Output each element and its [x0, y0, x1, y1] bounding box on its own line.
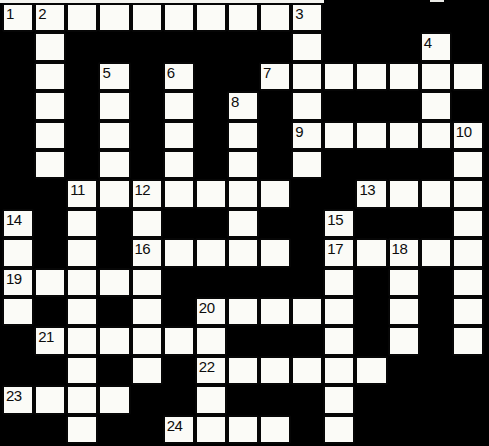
cell-black-r10c14 — [420, 268, 452, 297]
cell-white-r10c2[interactable] — [34, 268, 66, 297]
cell-black-r13c14 — [420, 356, 452, 385]
cell-black-r5c9 — [259, 121, 291, 150]
clue-number-10: 10 — [456, 123, 472, 140]
cell-black-r2c3 — [66, 32, 98, 61]
clue-number-21: 21 — [38, 328, 54, 345]
cell-black-r3c1 — [2, 62, 34, 91]
cell-black-r1c13 — [388, 3, 420, 32]
cell-white-r8c8[interactable] — [227, 209, 259, 238]
cell-white-r5c6[interactable] — [163, 121, 195, 150]
cell-white-r7c8[interactable] — [227, 179, 259, 208]
cell-black-r15c10 — [291, 415, 323, 444]
cell-white-r10c4[interactable] — [98, 268, 130, 297]
cell-black-r11c6 — [163, 297, 195, 326]
cell-black-r14c9 — [259, 385, 291, 414]
clue-number-2: 2 — [38, 5, 46, 22]
cell-black-r2c7 — [195, 32, 227, 61]
cell-white-r1c9[interactable] — [259, 3, 291, 32]
cell-black-r15c1 — [2, 415, 34, 444]
cell-white-r15c6[interactable]: 24 — [163, 415, 195, 444]
cell-white-r7c6[interactable] — [163, 179, 195, 208]
cell-black-r8c6 — [163, 209, 195, 238]
cell-black-r10c10 — [291, 268, 323, 297]
cell-white-r9c1[interactable] — [2, 238, 34, 267]
cell-white-r2c10[interactable] — [291, 32, 323, 61]
cell-white-r13c8[interactable] — [227, 356, 259, 385]
cell-white-r6c6[interactable] — [163, 150, 195, 179]
cell-black-r6c14 — [420, 150, 452, 179]
cell-white-r14c4[interactable] — [98, 385, 130, 414]
cell-black-r12c8 — [227, 326, 259, 355]
cell-white-r5c11[interactable] — [323, 121, 355, 150]
cell-black-r12c9 — [259, 326, 291, 355]
cell-white-r12c15[interactable] — [452, 326, 484, 355]
cell-black-r15c13 — [388, 415, 420, 444]
cell-black-r14c6 — [163, 385, 195, 414]
cell-white-r11c13[interactable] — [388, 297, 420, 326]
cell-white-r6c8[interactable] — [227, 150, 259, 179]
cell-black-r3c5 — [131, 62, 163, 91]
cell-black-r3c8 — [227, 62, 259, 91]
cell-black-r6c7 — [195, 150, 227, 179]
cell-white-r11c3[interactable] — [66, 297, 98, 326]
cell-white-r1c8[interactable] — [227, 3, 259, 32]
cell-white-r8c11[interactable]: 15 — [323, 209, 355, 238]
cell-white-r11c11[interactable] — [323, 297, 355, 326]
cell-white-r1c1[interactable]: 1 — [2, 3, 34, 32]
cell-black-r8c12 — [355, 209, 387, 238]
cell-black-r14c15 — [452, 385, 484, 414]
clue-number-22: 22 — [199, 358, 215, 375]
cell-white-r13c11[interactable] — [323, 356, 355, 385]
cell-black-r12c14 — [420, 326, 452, 355]
cell-black-r6c1 — [2, 150, 34, 179]
cell-white-r13c12[interactable] — [355, 356, 387, 385]
cell-white-r12c4[interactable] — [98, 326, 130, 355]
cell-white-r3c14[interactable] — [420, 62, 452, 91]
cell-white-r10c1[interactable]: 19 — [2, 268, 34, 297]
cell-white-r9c5[interactable]: 16 — [131, 238, 163, 267]
cell-black-r15c14 — [420, 415, 452, 444]
cell-white-r13c7[interactable]: 22 — [195, 356, 227, 385]
clue-number-3: 3 — [295, 5, 303, 22]
cell-black-r4c5 — [131, 91, 163, 120]
cell-black-r11c2 — [34, 297, 66, 326]
cell-white-r13c10[interactable] — [291, 356, 323, 385]
cell-white-r1c6[interactable] — [163, 3, 195, 32]
cell-black-r6c9 — [259, 150, 291, 179]
cell-black-r8c13 — [388, 209, 420, 238]
clue-number-19: 19 — [6, 270, 22, 287]
cell-white-r6c15[interactable] — [452, 150, 484, 179]
cell-black-r14c5 — [131, 385, 163, 414]
cell-white-r4c8[interactable]: 8 — [227, 91, 259, 120]
cell-black-r4c15 — [452, 91, 484, 120]
cell-black-r9c2 — [34, 238, 66, 267]
cell-black-r15c12 — [355, 415, 387, 444]
cell-white-r14c7[interactable] — [195, 385, 227, 414]
cell-black-r12c10 — [291, 326, 323, 355]
cell-white-r3c4[interactable]: 5 — [98, 62, 130, 91]
cell-white-r15c11[interactable] — [323, 415, 355, 444]
cell-white-r10c5[interactable] — [131, 268, 163, 297]
cell-black-r2c1 — [2, 32, 34, 61]
cell-black-r13c2 — [34, 356, 66, 385]
clue-number-9: 9 — [295, 123, 303, 140]
cell-black-r8c7 — [195, 209, 227, 238]
cell-black-r14c13 — [388, 385, 420, 414]
cell-black-r10c7 — [195, 268, 227, 297]
cell-white-r3c12[interactable] — [355, 62, 387, 91]
cell-black-r6c3 — [66, 150, 98, 179]
cell-black-r5c3 — [66, 121, 98, 150]
clue-number-12: 12 — [135, 181, 151, 198]
cell-black-r11c14 — [420, 297, 452, 326]
cell-white-r14c2[interactable] — [34, 385, 66, 414]
cell-white-r10c15[interactable] — [452, 268, 484, 297]
scan-edge-artifact-dash — [430, 0, 444, 2]
cell-black-r4c1 — [2, 91, 34, 120]
cell-black-r2c13 — [388, 32, 420, 61]
clue-number-16: 16 — [135, 240, 151, 257]
cell-black-r15c15 — [452, 415, 484, 444]
cell-white-r1c2[interactable]: 2 — [34, 3, 66, 32]
clue-number-14: 14 — [6, 211, 22, 228]
cell-black-r10c6 — [163, 268, 195, 297]
cell-white-r11c10[interactable] — [291, 297, 323, 326]
cell-white-r9c13[interactable]: 18 — [388, 238, 420, 267]
clue-number-1: 1 — [6, 5, 14, 22]
clue-number-23: 23 — [6, 387, 22, 404]
cell-black-r7c11 — [323, 179, 355, 208]
cell-white-r14c3[interactable] — [66, 385, 98, 414]
cell-black-r14c12 — [355, 385, 387, 414]
cell-black-r3c7 — [195, 62, 227, 91]
cell-white-r7c13[interactable] — [388, 179, 420, 208]
cell-white-r9c14[interactable] — [420, 238, 452, 267]
cell-black-r14c14 — [420, 385, 452, 414]
cell-black-r11c4 — [98, 297, 130, 326]
cell-white-r7c3[interactable]: 11 — [66, 179, 98, 208]
cell-white-r8c15[interactable] — [452, 209, 484, 238]
cell-black-r7c1 — [2, 179, 34, 208]
cell-white-r1c3[interactable] — [66, 3, 98, 32]
cell-white-r12c11[interactable] — [323, 326, 355, 355]
cell-white-r1c5[interactable] — [131, 3, 163, 32]
cell-black-r10c12 — [355, 268, 387, 297]
cell-white-r6c4[interactable] — [98, 150, 130, 179]
cell-white-r7c14[interactable] — [420, 179, 452, 208]
clue-number-11: 11 — [70, 181, 85, 198]
cell-white-r13c9[interactable] — [259, 356, 291, 385]
cell-white-r3c13[interactable] — [388, 62, 420, 91]
cell-black-r4c3 — [66, 91, 98, 120]
cell-black-r15c5 — [131, 415, 163, 444]
cell-black-r1c12 — [355, 3, 387, 32]
cell-white-r4c2[interactable] — [34, 91, 66, 120]
cell-white-r7c4[interactable] — [98, 179, 130, 208]
cell-white-r12c5[interactable] — [131, 326, 163, 355]
cell-white-r15c9[interactable] — [259, 415, 291, 444]
cell-white-r4c4[interactable] — [98, 91, 130, 120]
cell-black-r1c11 — [323, 3, 355, 32]
cell-black-r7c10 — [291, 179, 323, 208]
clue-number-8: 8 — [231, 93, 239, 110]
cell-white-r3c9[interactable]: 7 — [259, 62, 291, 91]
cell-black-r2c9 — [259, 32, 291, 61]
cell-white-r4c10[interactable] — [291, 91, 323, 120]
cell-white-r9c9[interactable] — [259, 238, 291, 267]
cell-white-r13c5[interactable] — [131, 356, 163, 385]
cell-black-r2c6 — [163, 32, 195, 61]
cell-black-r9c4 — [98, 238, 130, 267]
cell-white-r12c2[interactable]: 21 — [34, 326, 66, 355]
cell-white-r9c7[interactable] — [195, 238, 227, 267]
cell-black-r14c10 — [291, 385, 323, 414]
cell-white-r12c7[interactable] — [195, 326, 227, 355]
cell-white-r1c4[interactable] — [98, 3, 130, 32]
cell-white-r10c3[interactable] — [66, 268, 98, 297]
cell-white-r11c7[interactable]: 20 — [195, 297, 227, 326]
cell-white-r9c3[interactable] — [66, 238, 98, 267]
clue-number-20: 20 — [199, 299, 215, 316]
cell-white-r3c15[interactable] — [452, 62, 484, 91]
cell-black-r6c5 — [131, 150, 163, 179]
cell-black-r6c11 — [323, 150, 355, 179]
cell-black-r13c1 — [2, 356, 34, 385]
cell-white-r9c6[interactable] — [163, 238, 195, 267]
clue-number-7: 7 — [263, 64, 271, 81]
cell-black-r3c3 — [66, 62, 98, 91]
cell-white-r3c11[interactable] — [323, 62, 355, 91]
cell-white-r2c2[interactable] — [34, 32, 66, 61]
cell-black-r10c8 — [227, 268, 259, 297]
cell-black-r7c2 — [34, 179, 66, 208]
cell-black-r4c11 — [323, 91, 355, 120]
cell-white-r12c3[interactable] — [66, 326, 98, 355]
clue-number-17: 17 — [327, 240, 343, 257]
cell-white-r15c3[interactable] — [66, 415, 98, 444]
cell-black-r12c1 — [2, 326, 34, 355]
cell-black-r4c9 — [259, 91, 291, 120]
clue-number-6: 6 — [167, 64, 175, 81]
cell-white-r5c12[interactable] — [355, 121, 387, 150]
cell-white-r1c7[interactable] — [195, 3, 227, 32]
cell-white-r15c7[interactable] — [195, 415, 227, 444]
cell-black-r10c9 — [259, 268, 291, 297]
cell-black-r13c13 — [388, 356, 420, 385]
cell-black-r5c5 — [131, 121, 163, 150]
cell-black-r2c11 — [323, 32, 355, 61]
cell-black-r13c6 — [163, 356, 195, 385]
cell-black-r12c12 — [355, 326, 387, 355]
cell-white-r4c14[interactable] — [420, 91, 452, 120]
cell-white-r7c5[interactable]: 12 — [131, 179, 163, 208]
cell-white-r8c1[interactable]: 14 — [2, 209, 34, 238]
cell-black-r8c14 — [420, 209, 452, 238]
cell-white-r11c15[interactable] — [452, 297, 484, 326]
clue-number-5: 5 — [102, 64, 110, 81]
cell-white-r9c15[interactable] — [452, 238, 484, 267]
cell-white-r5c14[interactable] — [420, 121, 452, 150]
cell-white-r15c8[interactable] — [227, 415, 259, 444]
clue-number-15: 15 — [327, 211, 343, 228]
cell-white-r11c5[interactable] — [131, 297, 163, 326]
cell-white-r5c8[interactable] — [227, 121, 259, 150]
cell-white-r5c10[interactable]: 9 — [291, 121, 323, 150]
cell-black-r2c8 — [227, 32, 259, 61]
cell-white-r5c13[interactable] — [388, 121, 420, 150]
cell-black-r8c9 — [259, 209, 291, 238]
cell-black-r6c12 — [355, 150, 387, 179]
cell-black-r15c2 — [34, 415, 66, 444]
cell-white-r12c13[interactable] — [388, 326, 420, 355]
cell-black-r2c12 — [355, 32, 387, 61]
cell-black-r5c1 — [2, 121, 34, 150]
cell-black-r13c15 — [452, 356, 484, 385]
cell-white-r8c3[interactable] — [66, 209, 98, 238]
cell-white-r11c1[interactable] — [2, 297, 34, 326]
cell-black-r8c10 — [291, 209, 323, 238]
clue-number-24: 24 — [167, 417, 183, 434]
cell-white-r7c12[interactable]: 13 — [355, 179, 387, 208]
clue-number-4: 4 — [424, 34, 432, 51]
cell-black-r6c13 — [388, 150, 420, 179]
cell-white-r14c1[interactable]: 23 — [2, 385, 34, 414]
cell-white-r3c10[interactable] — [291, 62, 323, 91]
cell-white-r3c6[interactable]: 6 — [163, 62, 195, 91]
cell-white-r9c11[interactable]: 17 — [323, 238, 355, 267]
cell-black-r15c4 — [98, 415, 130, 444]
cell-white-r12c6[interactable] — [163, 326, 195, 355]
cell-white-r11c9[interactable] — [259, 297, 291, 326]
cell-black-r4c7 — [195, 91, 227, 120]
cell-black-r2c4 — [98, 32, 130, 61]
cell-white-r9c8[interactable] — [227, 238, 259, 267]
cell-black-r2c5 — [131, 32, 163, 61]
cell-white-r10c11[interactable] — [323, 268, 355, 297]
cell-white-r5c4[interactable] — [98, 121, 130, 150]
cell-black-r1c14 — [420, 3, 452, 32]
cell-black-r8c2 — [34, 209, 66, 238]
cell-black-r13c4 — [98, 356, 130, 385]
cell-white-r5c2[interactable] — [34, 121, 66, 150]
clue-number-18: 18 — [392, 240, 408, 257]
crossword-board: 123456789101112131415161718192021222324 — [2, 3, 484, 444]
cell-white-r7c7[interactable] — [195, 179, 227, 208]
cell-white-r7c15[interactable] — [452, 179, 484, 208]
cell-white-r5c15[interactable]: 10 — [452, 121, 484, 150]
cell-black-r5c7 — [195, 121, 227, 150]
clue-number-13: 13 — [359, 181, 375, 198]
cell-black-r14c8 — [227, 385, 259, 414]
cell-black-r2c15 — [452, 32, 484, 61]
cell-white-r1c10[interactable]: 3 — [291, 3, 323, 32]
cell-white-r3c2[interactable] — [34, 62, 66, 91]
cell-white-r6c10[interactable] — [291, 150, 323, 179]
cell-white-r2c14[interactable]: 4 — [420, 32, 452, 61]
cell-white-r8c5[interactable] — [131, 209, 163, 238]
cell-white-r11c8[interactable] — [227, 297, 259, 326]
cell-black-r9c10 — [291, 238, 323, 267]
cell-white-r14c11[interactable] — [323, 385, 355, 414]
cell-white-r4c6[interactable] — [163, 91, 195, 120]
cell-black-r4c13 — [388, 91, 420, 120]
cell-white-r6c2[interactable] — [34, 150, 66, 179]
cell-white-r13c3[interactable] — [66, 356, 98, 385]
cell-white-r7c9[interactable] — [259, 179, 291, 208]
cell-white-r10c13[interactable] — [388, 268, 420, 297]
cell-black-r8c4 — [98, 209, 130, 238]
cell-black-r4c12 — [355, 91, 387, 120]
cell-black-r11c12 — [355, 297, 387, 326]
cell-white-r9c12[interactable] — [355, 238, 387, 267]
cell-black-r1c15 — [452, 3, 484, 32]
